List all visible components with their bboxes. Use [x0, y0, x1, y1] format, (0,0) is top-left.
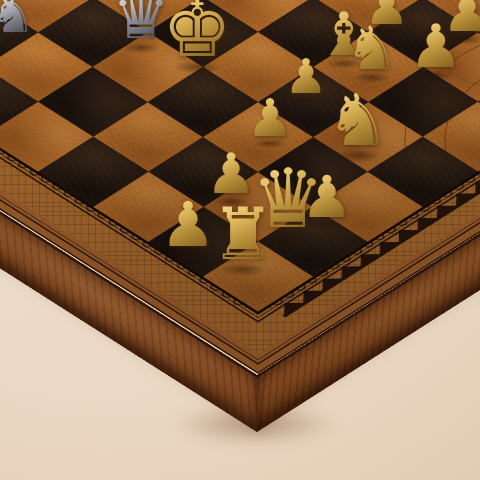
piece-white-knight-g4[interactable]: ♞ — [342, 18, 402, 78]
pieces-layer: ♞♛♚♟♟♝♞♟♟♟♞♟♟♛♟♜ — [0, 0, 480, 480]
piece-white-pawn-h5[interactable]: ♟ — [406, 16, 466, 76]
piece-white-king-e5[interactable]: ♚ — [158, 0, 236, 68]
scene: ♞♛♚♟♟♝♞♟♟♟♞♟♟♛♟♜ — [0, 0, 480, 480]
piece-white-knight-g3[interactable]: ♞ — [322, 84, 394, 156]
piece-white-pawn-f3[interactable]: ♟ — [244, 92, 296, 144]
piece-white-rook-g1[interactable]: ♜ — [207, 198, 279, 270]
piece-black-knight-c6[interactable]: ♞ — [0, 0, 38, 40]
